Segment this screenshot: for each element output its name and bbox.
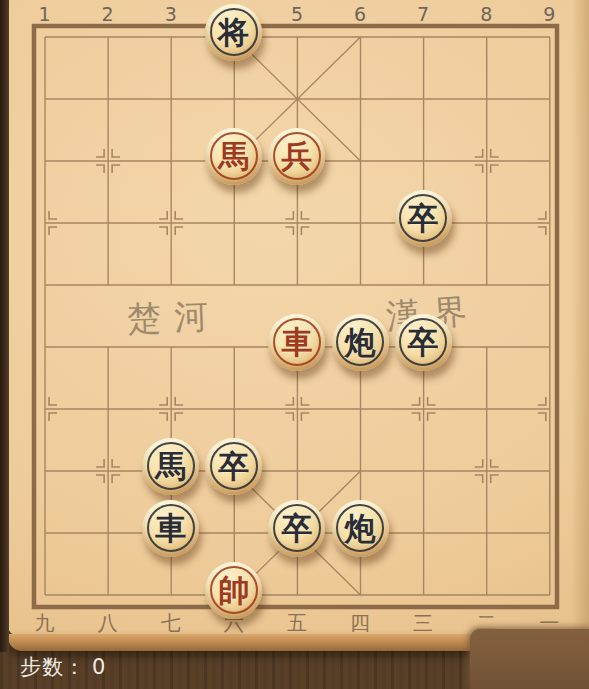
piece-glyph: 車	[142, 500, 199, 557]
piece-glyph: 帥	[205, 562, 262, 619]
piece-glyph: 卒	[395, 314, 452, 371]
xiangqi-app: 123456789 九八七六五四三二一 楚河 漢界 将馬兵卒車炮卒馬卒車卒炮帥 …	[0, 0, 589, 689]
pieces-layer: 将馬兵卒車炮卒馬卒車卒炮帥	[13, 6, 581, 626]
move-counter-label: 步数：	[20, 655, 86, 679]
piece-glyph: 卒	[205, 438, 262, 495]
piece-glyph: 将	[205, 4, 262, 61]
piece-black-general[interactable]: 将	[205, 4, 262, 61]
piece-black-soldier[interactable]: 卒	[205, 438, 262, 495]
piece-red-soldier[interactable]: 兵	[268, 128, 325, 185]
piece-glyph: 車	[268, 314, 325, 371]
piece-black-horse[interactable]: 馬	[142, 438, 199, 495]
piece-black-soldier[interactable]: 卒	[395, 190, 452, 247]
piece-black-cannon[interactable]: 炮	[332, 500, 389, 557]
blur-patch	[470, 629, 589, 689]
piece-black-cannon[interactable]: 炮	[332, 314, 389, 371]
piece-red-chariot[interactable]: 車	[268, 314, 325, 371]
piece-glyph: 卒	[268, 500, 325, 557]
piece-glyph: 兵	[268, 128, 325, 185]
piece-glyph: 卒	[395, 190, 452, 247]
table-edge-left	[0, 0, 9, 652]
move-counter: 步数：0	[20, 653, 106, 681]
piece-black-soldier[interactable]: 卒	[395, 314, 452, 371]
piece-glyph: 炮	[332, 500, 389, 557]
piece-red-general[interactable]: 帥	[205, 562, 262, 619]
piece-glyph: 馬	[142, 438, 199, 495]
piece-glyph: 炮	[332, 314, 389, 371]
piece-glyph: 馬	[205, 128, 262, 185]
move-counter-value: 0	[92, 655, 106, 679]
piece-black-soldier[interactable]: 卒	[268, 500, 325, 557]
piece-red-horse[interactable]: 馬	[205, 128, 262, 185]
piece-black-chariot[interactable]: 車	[142, 500, 199, 557]
